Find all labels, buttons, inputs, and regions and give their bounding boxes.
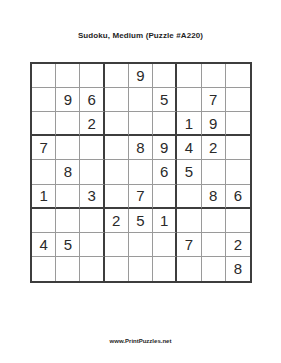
cell-r4c3 bbox=[80, 136, 104, 160]
sudoku-grid: 99657219789428651378625145728 bbox=[30, 62, 252, 283]
cell-r1c6 bbox=[153, 64, 177, 88]
cell-r3c8: 9 bbox=[202, 112, 226, 136]
cell-r6c4 bbox=[105, 185, 129, 209]
cell-r5c1 bbox=[32, 160, 56, 184]
cell-r6c8: 8 bbox=[202, 185, 226, 209]
cell-r8c3 bbox=[80, 233, 104, 257]
cell-r6c7 bbox=[177, 185, 201, 209]
cell-r3c4 bbox=[105, 112, 129, 136]
cell-r2c7 bbox=[177, 88, 201, 112]
cell-r2c9 bbox=[226, 88, 250, 112]
cell-r9c2 bbox=[56, 257, 80, 281]
footer-url: www.PrintPuzzles.net bbox=[0, 338, 281, 344]
cell-r9c3 bbox=[80, 257, 104, 281]
cell-r3c7: 1 bbox=[177, 112, 201, 136]
cell-r8c2: 5 bbox=[56, 233, 80, 257]
cell-r9c8 bbox=[202, 257, 226, 281]
cell-r8c9: 2 bbox=[226, 233, 250, 257]
cell-r7c4: 2 bbox=[105, 209, 129, 233]
cell-r9c1 bbox=[32, 257, 56, 281]
cell-r4c6: 9 bbox=[153, 136, 177, 160]
cell-r5c3 bbox=[80, 160, 104, 184]
cell-r3c3: 2 bbox=[80, 112, 104, 136]
cell-r2c2: 9 bbox=[56, 88, 80, 112]
cell-r4c4 bbox=[105, 136, 129, 160]
cell-r3c6 bbox=[153, 112, 177, 136]
cell-r7c6: 1 bbox=[153, 209, 177, 233]
cell-r7c9 bbox=[226, 209, 250, 233]
cell-r5c9 bbox=[226, 160, 250, 184]
cell-r3c5 bbox=[129, 112, 153, 136]
cell-r6c1: 1 bbox=[32, 185, 56, 209]
cell-r5c8 bbox=[202, 160, 226, 184]
cell-r9c4 bbox=[105, 257, 129, 281]
cell-r6c2 bbox=[56, 185, 80, 209]
cell-r2c5 bbox=[129, 88, 153, 112]
cell-r1c7 bbox=[177, 64, 201, 88]
cell-r2c3: 6 bbox=[80, 88, 104, 112]
cell-r1c5: 9 bbox=[129, 64, 153, 88]
cell-r7c1 bbox=[32, 209, 56, 233]
cell-r9c7 bbox=[177, 257, 201, 281]
page-title: Sudoku, Medium (Puzzle #A220) bbox=[0, 31, 281, 40]
cell-r2c6: 5 bbox=[153, 88, 177, 112]
cell-r8c6 bbox=[153, 233, 177, 257]
cell-r4c9 bbox=[226, 136, 250, 160]
cell-r8c5 bbox=[129, 233, 153, 257]
cell-r2c1 bbox=[32, 88, 56, 112]
cell-r1c2 bbox=[56, 64, 80, 88]
cell-r3c2 bbox=[56, 112, 80, 136]
cell-r6c6 bbox=[153, 185, 177, 209]
cell-r9c9: 8 bbox=[226, 257, 250, 281]
cell-r1c4 bbox=[105, 64, 129, 88]
cell-r7c7 bbox=[177, 209, 201, 233]
sudoku-page: Sudoku, Medium (Puzzle #A220) 9965721978… bbox=[0, 0, 281, 363]
cell-r1c9 bbox=[226, 64, 250, 88]
cell-r5c6: 6 bbox=[153, 160, 177, 184]
cell-r9c6 bbox=[153, 257, 177, 281]
cell-r4c7: 4 bbox=[177, 136, 201, 160]
cell-r6c5: 7 bbox=[129, 185, 153, 209]
cell-r2c4 bbox=[105, 88, 129, 112]
cell-r5c2: 8 bbox=[56, 160, 80, 184]
cell-r6c9: 6 bbox=[226, 185, 250, 209]
cell-r8c7: 7 bbox=[177, 233, 201, 257]
cell-r9c5 bbox=[129, 257, 153, 281]
cell-r1c1 bbox=[32, 64, 56, 88]
cell-r7c3 bbox=[80, 209, 104, 233]
cell-r5c4 bbox=[105, 160, 129, 184]
cell-r5c7: 5 bbox=[177, 160, 201, 184]
cell-r3c9 bbox=[226, 112, 250, 136]
cell-r4c1: 7 bbox=[32, 136, 56, 160]
cell-r8c8 bbox=[202, 233, 226, 257]
cell-r4c8: 2 bbox=[202, 136, 226, 160]
cell-r4c5: 8 bbox=[129, 136, 153, 160]
cell-r1c3 bbox=[80, 64, 104, 88]
cell-r4c2 bbox=[56, 136, 80, 160]
cell-r7c2 bbox=[56, 209, 80, 233]
cell-r7c8 bbox=[202, 209, 226, 233]
cell-r7c5: 5 bbox=[129, 209, 153, 233]
cell-r2c8: 7 bbox=[202, 88, 226, 112]
cell-r8c4 bbox=[105, 233, 129, 257]
cell-r3c1 bbox=[32, 112, 56, 136]
cell-r5c5 bbox=[129, 160, 153, 184]
cell-r6c3: 3 bbox=[80, 185, 104, 209]
cell-r8c1: 4 bbox=[32, 233, 56, 257]
cell-r1c8 bbox=[202, 64, 226, 88]
